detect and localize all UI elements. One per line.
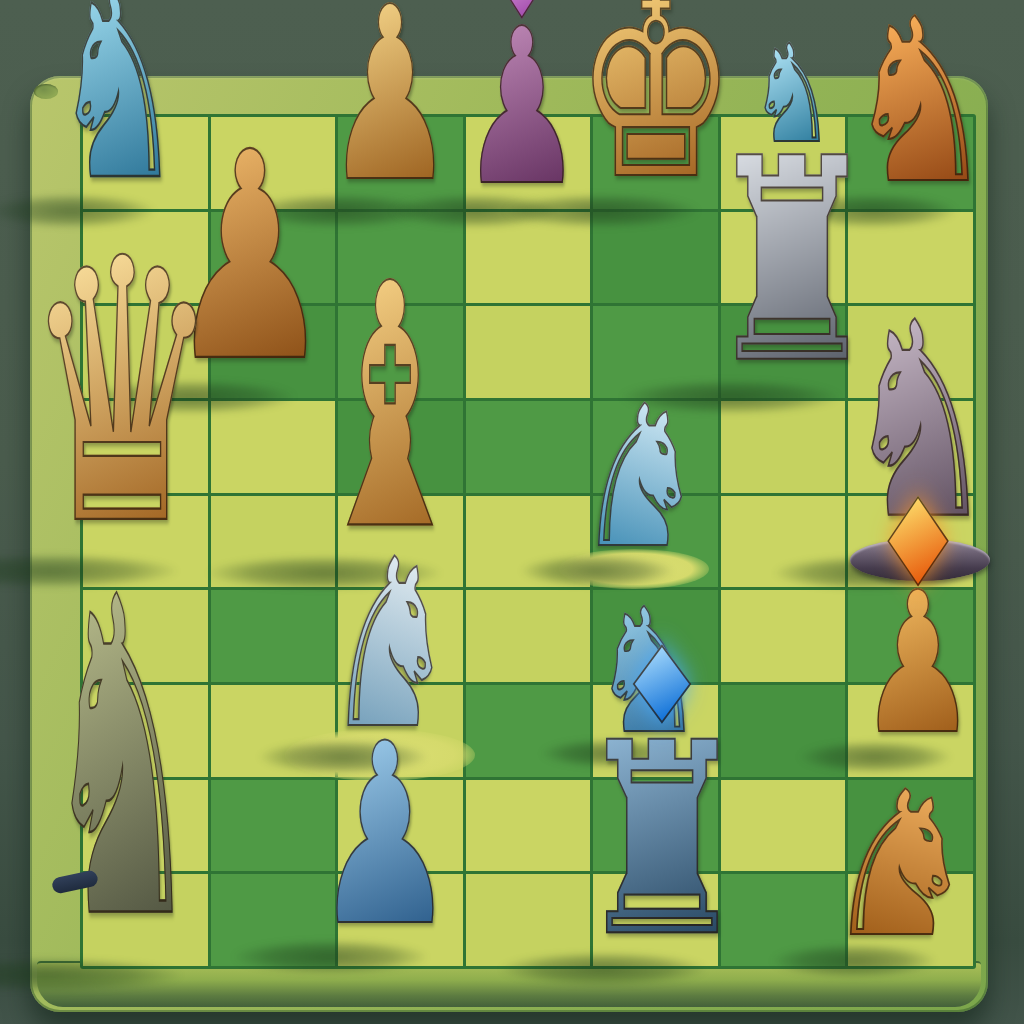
rim-dot [34, 84, 58, 99]
orange-cat-creature-glyph-icon: ♞ [823, 766, 977, 966]
fire-crystal-piece-crystal-icon: ◆ [888, 474, 948, 589]
blue-crystal-rook-crystal-icon: ◆ [634, 626, 691, 726]
blue-pawn-glyph-icon: ♟ [313, 711, 456, 961]
silver-dragon-rook-crystal-icon: ♞ [750, 27, 835, 162]
blue-crystal-rook-glyph-icon: ♜ [574, 708, 750, 973]
olive-gargoyle-knight-glyph-icon: ♞ [44, 542, 201, 980]
gold-pawn-glyph-icon: ♟ [325, 0, 456, 215]
fantasy-chess-scene: ♞♟◆♟♚♞♟♞♜♛♝♞♞♞♞◆♟♞♟◆♜♞ [0, 0, 1024, 1024]
square-r8c4[interactable] [466, 780, 591, 872]
purple-crystal-pawn-crystal-icon: ◆ [499, 0, 546, 21]
square-r4c4[interactable] [466, 401, 591, 493]
purple-crystal-pawn-glyph-icon: ♟ [460, 0, 583, 215]
square-r6c2[interactable] [211, 590, 336, 682]
square-r3c4[interactable] [466, 306, 591, 398]
blue-wolf-glyph-icon: ♞ [575, 380, 704, 575]
square-r6c4[interactable] [466, 590, 591, 682]
